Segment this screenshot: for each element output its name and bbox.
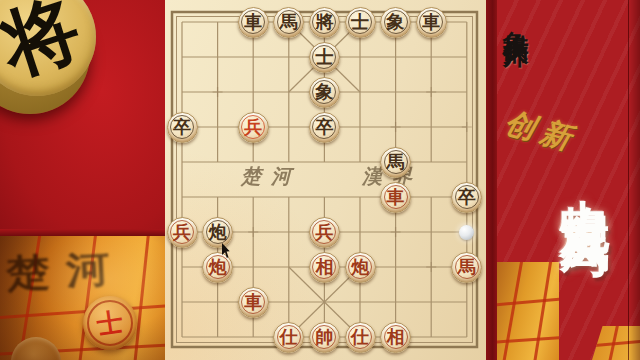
piece-black-象[interactable]: 象 bbox=[309, 77, 340, 108]
piece-character: 相 bbox=[315, 258, 333, 276]
piece-black-卒[interactable]: 卒 bbox=[451, 182, 482, 213]
piece-character: 炮 bbox=[351, 258, 369, 276]
gold-grid-line bbox=[501, 262, 523, 360]
pieces-layer: 車馬將士象車士象卒兵卒馬車卒兵炮兵炮相炮馬車仕帥仕相 bbox=[165, 0, 486, 360]
piece-red-炮[interactable]: 炮 bbox=[202, 252, 233, 283]
piece-black-馬[interactable]: 馬 bbox=[380, 147, 411, 178]
piece-red-兵[interactable]: 兵 bbox=[309, 217, 340, 248]
piece-black-炮[interactable]: 炮 bbox=[202, 217, 233, 248]
xiangqi-board: 楚河 漢界 車馬將士象車士象卒兵卒馬車卒兵炮兵炮相炮馬車仕帥仕相 bbox=[165, 0, 486, 360]
gold-grid-line bbox=[497, 297, 559, 307]
gold-grid-line bbox=[532, 262, 552, 360]
move-marker-ball bbox=[459, 225, 474, 240]
piece-red-車[interactable]: 車 bbox=[238, 287, 269, 318]
piece-red-仕[interactable]: 仕 bbox=[273, 322, 304, 353]
piece-black-卒[interactable]: 卒 bbox=[167, 112, 198, 143]
piece-character: 車 bbox=[387, 188, 405, 206]
piece-black-卒[interactable]: 卒 bbox=[309, 112, 340, 143]
piece-red-馬[interactable]: 馬 bbox=[451, 252, 482, 283]
photo-vignette bbox=[0, 236, 165, 360]
piece-character: 馬 bbox=[458, 258, 476, 276]
piece-character: 象 bbox=[315, 83, 333, 101]
piece-red-帥[interactable]: 帥 bbox=[309, 322, 340, 353]
piece-character: 卒 bbox=[315, 118, 333, 136]
gold-board-photo: 楚河 士 bbox=[0, 236, 165, 360]
piece-black-將[interactable]: 將 bbox=[309, 7, 340, 38]
piece-black-馬[interactable]: 馬 bbox=[273, 7, 304, 38]
piece-red-仕[interactable]: 仕 bbox=[345, 322, 376, 353]
piece-character: 馬 bbox=[387, 153, 405, 171]
piece-character: 車 bbox=[422, 13, 440, 31]
piece-black-象[interactable]: 象 bbox=[380, 7, 411, 38]
piece-character: 仕 bbox=[351, 328, 369, 346]
red-felt-background: 将 bbox=[0, 0, 165, 236]
piece-black-士[interactable]: 士 bbox=[345, 7, 376, 38]
piece-character: 兵 bbox=[244, 118, 262, 136]
piece-character: 車 bbox=[244, 293, 262, 311]
piece-red-兵[interactable]: 兵 bbox=[167, 217, 198, 248]
piece-character: 卒 bbox=[458, 188, 476, 206]
piece-character: 炮 bbox=[209, 258, 227, 276]
piece-character: 卒 bbox=[173, 118, 191, 136]
title-vertical: 中炮对屏风马 bbox=[561, 2, 619, 358]
panel-edge-shade bbox=[628, 0, 640, 360]
piece-character: 相 bbox=[387, 328, 405, 346]
video-thumbnail-stage: 将 楚河 士 bbox=[0, 0, 640, 360]
board-sidebar-divider bbox=[486, 0, 497, 360]
piece-black-士[interactable]: 士 bbox=[309, 42, 340, 73]
piece-character: 士 bbox=[351, 13, 369, 31]
piece-black-車[interactable]: 車 bbox=[238, 7, 269, 38]
piece-character: 兵 bbox=[173, 223, 191, 241]
piece-character: 士 bbox=[315, 48, 333, 66]
piece-character: 馬 bbox=[280, 13, 298, 31]
piece-red-相[interactable]: 相 bbox=[380, 322, 411, 353]
left-decor-panel: 将 楚河 士 bbox=[0, 0, 165, 360]
piece-red-炮[interactable]: 炮 bbox=[345, 252, 376, 283]
piece-character: 仕 bbox=[280, 328, 298, 346]
piece-black-車[interactable]: 車 bbox=[416, 7, 447, 38]
piece-character: 炮 bbox=[209, 223, 227, 241]
piece-character: 將 bbox=[315, 13, 333, 31]
piece-character: 象 bbox=[387, 13, 405, 31]
piece-character: 車 bbox=[244, 13, 262, 31]
piece-red-兵[interactable]: 兵 bbox=[238, 112, 269, 143]
piece-character: 兵 bbox=[315, 223, 333, 241]
piece-character: 帥 bbox=[315, 328, 333, 346]
gold-board-corner-left bbox=[497, 262, 559, 360]
piece-red-車[interactable]: 車 bbox=[380, 182, 411, 213]
piece-red-相[interactable]: 相 bbox=[309, 252, 340, 283]
